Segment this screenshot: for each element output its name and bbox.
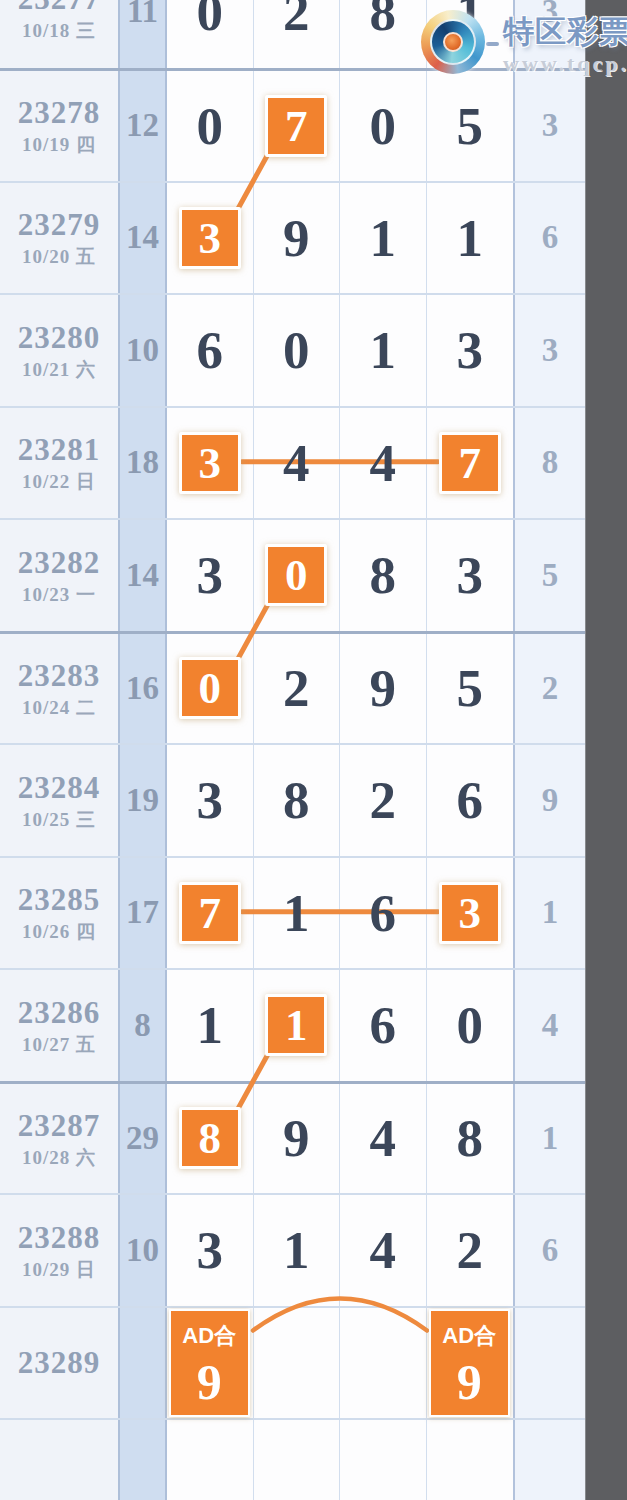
period-number: 23288 xyxy=(18,1222,101,1253)
digit-cell: 2 xyxy=(254,634,341,744)
digit-cell: 7 xyxy=(427,408,514,519)
tail-cell xyxy=(513,1308,585,1419)
digit-cell: 3 xyxy=(167,183,254,294)
tail-cell: 9 xyxy=(513,745,585,856)
draw-date: 10/22 日 xyxy=(22,472,96,491)
digit-value: 1 xyxy=(283,1220,310,1280)
digit-value: 9 xyxy=(370,658,397,718)
site-logo[interactable]: 特区彩票网 www.tqcp.net xyxy=(421,6,627,76)
digit-cell: 3 xyxy=(167,1195,254,1306)
period-cell xyxy=(0,1420,118,1500)
sum-cell xyxy=(118,1308,167,1419)
sum-cell xyxy=(118,1420,167,1500)
sum-cell: 14 xyxy=(118,183,167,294)
sum-cell: 10 xyxy=(118,1195,167,1306)
digit-cell: 3 xyxy=(167,408,254,519)
digit-cell: 3 xyxy=(167,520,254,631)
sum-value: 29 xyxy=(126,1120,159,1157)
highlighted-digit-box: 1 xyxy=(265,994,327,1056)
draw-date: 10/21 六 xyxy=(22,360,96,379)
tail-value: 3 xyxy=(542,107,559,144)
period-cell: 23289 xyxy=(0,1308,118,1419)
sum-value: 16 xyxy=(126,670,159,707)
digit-cell: 4 xyxy=(254,408,341,519)
site-name: 特区彩票网 xyxy=(503,14,627,50)
highlighted-digit-box: 7 xyxy=(265,95,327,157)
digit-cell: 8 xyxy=(340,0,427,68)
logo-text-block: 特区彩票网 www.tqcp.net xyxy=(503,6,627,76)
period-cell: 2327810/19 四 xyxy=(0,71,118,181)
digit-cell: 0 xyxy=(254,295,341,406)
digit-cell: 9 xyxy=(254,183,341,294)
digit-cell: 7 xyxy=(167,858,254,969)
digit-cell xyxy=(340,1420,427,1500)
period-cell: 2328310/24 二 xyxy=(0,634,118,744)
digit-value: 8 xyxy=(370,0,397,42)
tail-value: 1 xyxy=(542,894,559,931)
highlighted-digit-box: 3 xyxy=(179,432,241,494)
period-cell: 2328510/26 四 xyxy=(0,858,118,969)
period-number: 23286 xyxy=(18,997,101,1028)
right-dark-strip xyxy=(585,0,627,1500)
period-cell: 2327710/18 三 xyxy=(0,0,118,68)
digit-value: 4 xyxy=(370,1108,397,1168)
draw-row-23283: 2328310/24 二1602952 xyxy=(0,631,585,744)
digit-cell: 9 xyxy=(340,634,427,744)
digit-cell: 0 xyxy=(427,970,514,1081)
digit-value: 7 xyxy=(285,100,308,152)
period-cell: 2328210/23 一 xyxy=(0,520,118,631)
digit-value: 3 xyxy=(197,770,224,830)
period-number: 23287 xyxy=(18,1110,101,1141)
highlighted-digit-box: 7 xyxy=(439,432,501,494)
digit-value: 1 xyxy=(457,208,484,268)
draw-date: 10/29 日 xyxy=(22,1260,96,1279)
trend-table: 2327710/18 三11028132327810/19 四120705323… xyxy=(0,0,585,1500)
digit-cell: 8 xyxy=(254,745,341,856)
ad-sum-label: AD合 xyxy=(442,1321,496,1351)
digit-value: 1 xyxy=(285,999,308,1051)
draw-row-23282: 2328210/23 一1430835 xyxy=(0,518,585,631)
digit-cell: 0 xyxy=(340,71,427,181)
digit-value: 6 xyxy=(197,320,224,380)
highlighted-digit-box: 0 xyxy=(179,657,241,719)
digit-value: 3 xyxy=(457,320,484,380)
digit-value: 2 xyxy=(283,658,310,718)
tail-cell: 3 xyxy=(513,295,585,406)
tail-value: 3 xyxy=(542,332,559,369)
sum-cell: 16 xyxy=(118,634,167,744)
digit-cell: AD合9 xyxy=(427,1308,514,1419)
digit-cell xyxy=(427,1420,514,1500)
sum-cell: 11 xyxy=(118,0,167,68)
sum-value: 14 xyxy=(126,219,159,256)
digit-cell: 6 xyxy=(427,745,514,856)
tail-cell: 5 xyxy=(513,520,585,631)
period-number: 23277 xyxy=(18,0,101,14)
ad-sum-box: AD合9 xyxy=(429,1309,511,1418)
digit-value: 8 xyxy=(283,770,310,830)
sum-value: 11 xyxy=(127,0,158,30)
digit-cell xyxy=(340,1308,427,1419)
tail-value: 6 xyxy=(542,219,559,256)
tail-cell: 6 xyxy=(513,1195,585,1306)
sum-value: 12 xyxy=(126,107,159,144)
digit-value: 8 xyxy=(457,1108,484,1168)
logo-swirl-core xyxy=(443,32,463,52)
tail-value: 4 xyxy=(542,1007,559,1044)
ad-sum-value: 9 xyxy=(457,1357,482,1407)
digit-cell: 8 xyxy=(340,520,427,631)
digit-value: 3 xyxy=(457,545,484,605)
digit-value: 4 xyxy=(370,1220,397,1280)
digit-value: 1 xyxy=(370,320,397,380)
highlighted-digit-box: 8 xyxy=(179,1107,241,1169)
digit-cell: 7 xyxy=(254,71,341,181)
digit-cell: 5 xyxy=(427,71,514,181)
digit-value: 0 xyxy=(199,662,222,714)
period-cell: 2328110/22 日 xyxy=(0,408,118,519)
period-number: 23285 xyxy=(18,884,101,915)
tail-value: 9 xyxy=(542,782,559,819)
digit-value: 0 xyxy=(197,96,224,156)
draw-row-23284: 2328410/25 三1938269 xyxy=(0,743,585,856)
digit-value: 4 xyxy=(283,433,310,493)
ad-sum-box: AD合9 xyxy=(169,1309,250,1418)
ad-sum-value: 9 xyxy=(197,1357,222,1407)
period-number: 23282 xyxy=(18,547,101,578)
site-url: www.tqcp.net xyxy=(503,52,627,76)
draw-row-23280: 2328010/21 六1060133 xyxy=(0,293,585,406)
period-number: 23283 xyxy=(18,660,101,691)
digit-cell: AD合9 xyxy=(167,1308,254,1419)
ad-sum-label: AD合 xyxy=(182,1321,236,1351)
highlighted-digit-box: 7 xyxy=(179,882,241,944)
digit-cell: 3 xyxy=(167,745,254,856)
sum-value: 17 xyxy=(126,894,159,931)
digit-value: 1 xyxy=(283,883,310,943)
digit-cell: 1 xyxy=(254,970,341,1081)
empty-row xyxy=(0,1418,585,1500)
digit-cell: 2 xyxy=(427,1195,514,1306)
period-number: 23280 xyxy=(18,322,101,353)
digit-cell: 1 xyxy=(254,1195,341,1306)
digit-value: 6 xyxy=(370,883,397,943)
digit-cell: 0 xyxy=(167,0,254,68)
digit-cell: 1 xyxy=(254,858,341,969)
digit-value: 9 xyxy=(283,208,310,268)
sum-value: 10 xyxy=(126,332,159,369)
digit-value: 5 xyxy=(457,658,484,718)
tail-cell: 2 xyxy=(513,634,585,744)
digit-value: 0 xyxy=(370,96,397,156)
digit-value: 2 xyxy=(370,770,397,830)
digit-cell: 5 xyxy=(427,634,514,744)
digit-value: 0 xyxy=(457,995,484,1055)
sum-value: 19 xyxy=(126,782,159,819)
highlighted-digit-box: 0 xyxy=(265,544,327,606)
digit-cell: 0 xyxy=(254,520,341,631)
draw-date: 10/25 三 xyxy=(22,810,96,829)
digit-cell: 4 xyxy=(340,408,427,519)
digit-cell: 1 xyxy=(167,970,254,1081)
digit-value: 7 xyxy=(459,437,482,489)
digit-cell: 4 xyxy=(340,1195,427,1306)
digit-value: 7 xyxy=(199,887,222,939)
period-cell: 2328810/29 日 xyxy=(0,1195,118,1306)
draw-date: 10/18 三 xyxy=(22,21,96,40)
sum-cell: 8 xyxy=(118,970,167,1081)
digit-cell: 3 xyxy=(427,295,514,406)
tail-value: 8 xyxy=(542,444,559,481)
digit-cell: 6 xyxy=(167,295,254,406)
logo-swirl-icon xyxy=(421,10,485,74)
digit-value: 3 xyxy=(199,212,222,264)
draw-row-23286: 2328610/27 五811604 xyxy=(0,968,585,1081)
digit-cell: 3 xyxy=(427,858,514,969)
tail-cell: 1 xyxy=(513,858,585,969)
sum-value: 18 xyxy=(126,444,159,481)
tail-cell: 3 xyxy=(513,71,585,181)
sum-value: 14 xyxy=(126,557,159,594)
draw-row-23289: 23289AD合9AD合9 xyxy=(0,1306,585,1419)
sum-cell: 19 xyxy=(118,745,167,856)
tail-value: 2 xyxy=(542,670,559,707)
tail-cell: 4 xyxy=(513,970,585,1081)
digit-value: 3 xyxy=(197,545,224,605)
draw-row-23288: 2328810/29 日1031426 xyxy=(0,1193,585,1306)
tail-cell: 8 xyxy=(513,408,585,519)
tail-cell: 1 xyxy=(513,1084,585,1194)
digit-cell: 1 xyxy=(427,183,514,294)
digit-value: 2 xyxy=(283,0,310,42)
period-number: 23279 xyxy=(18,209,101,240)
digit-value: 2 xyxy=(457,1220,484,1280)
sum-cell: 18 xyxy=(118,408,167,519)
digit-cell: 1 xyxy=(340,295,427,406)
digit-value: 3 xyxy=(459,887,482,939)
tail-cell: 6 xyxy=(513,183,585,294)
digit-value: 3 xyxy=(199,437,222,489)
tail-value: 1 xyxy=(542,1120,559,1157)
lottery-trend-chart: 2327710/18 三11028132327810/19 四120705323… xyxy=(0,0,627,1500)
draw-date: 10/26 四 xyxy=(22,922,96,941)
sum-cell: 12 xyxy=(118,71,167,181)
digit-cell: 4 xyxy=(340,1084,427,1194)
digit-cell: 2 xyxy=(340,745,427,856)
sum-value: 10 xyxy=(126,1232,159,1269)
tail-cell xyxy=(513,1420,585,1500)
digit-cell xyxy=(167,1420,254,1500)
digit-value: 1 xyxy=(370,208,397,268)
draw-row-23285: 2328510/26 四1771631 xyxy=(0,856,585,969)
tail-value: 6 xyxy=(542,1232,559,1269)
period-number: 23281 xyxy=(18,434,101,465)
sum-cell: 29 xyxy=(118,1084,167,1194)
period-cell: 2328410/25 三 xyxy=(0,745,118,856)
digit-value: 5 xyxy=(457,96,484,156)
digit-value: 0 xyxy=(197,0,224,42)
digit-cell: 9 xyxy=(254,1084,341,1194)
draw-date: 10/28 六 xyxy=(22,1148,96,1167)
draw-date: 10/24 二 xyxy=(22,698,96,717)
digit-cell: 6 xyxy=(340,970,427,1081)
period-cell: 2328610/27 五 xyxy=(0,970,118,1081)
sum-cell: 10 xyxy=(118,295,167,406)
draw-row-23287: 2328710/28 六2989481 xyxy=(0,1081,585,1194)
highlighted-digit-box: 3 xyxy=(439,882,501,944)
digit-cell: 2 xyxy=(254,0,341,68)
period-cell: 2327910/20 五 xyxy=(0,183,118,294)
digit-value: 6 xyxy=(370,995,397,1055)
draw-row-23281: 2328110/22 日1834478 xyxy=(0,406,585,519)
draw-row-23278: 2327810/19 四1207053 xyxy=(0,68,585,181)
draw-date: 10/27 五 xyxy=(22,1035,96,1054)
period-number: 23284 xyxy=(18,772,101,803)
digit-value: 8 xyxy=(370,545,397,605)
draw-row-23279: 2327910/20 五1439116 xyxy=(0,181,585,294)
period-cell: 2328010/21 六 xyxy=(0,295,118,406)
digit-value: 6 xyxy=(457,770,484,830)
digit-value: 0 xyxy=(283,320,310,380)
sum-cell: 14 xyxy=(118,520,167,631)
digit-value: 8 xyxy=(199,1112,222,1164)
digit-value: 4 xyxy=(370,433,397,493)
sum-value: 8 xyxy=(134,1007,151,1044)
logo-dash xyxy=(486,42,499,46)
digit-cell: 0 xyxy=(167,71,254,181)
digit-cell xyxy=(254,1308,341,1419)
digit-cell: 3 xyxy=(427,520,514,631)
digit-value: 1 xyxy=(197,995,224,1055)
highlighted-digit-box: 3 xyxy=(179,207,241,269)
period-cell: 2328710/28 六 xyxy=(0,1084,118,1194)
draw-date: 10/23 一 xyxy=(22,585,96,604)
digit-value: 9 xyxy=(283,1108,310,1168)
digit-cell: 1 xyxy=(340,183,427,294)
digit-cell: 8 xyxy=(167,1084,254,1194)
draw-date: 10/20 五 xyxy=(22,247,96,266)
digit-value: 0 xyxy=(285,549,308,601)
sum-cell: 17 xyxy=(118,858,167,969)
tail-value: 5 xyxy=(542,557,559,594)
digit-value: 3 xyxy=(197,1220,224,1280)
digit-cell xyxy=(254,1420,341,1500)
period-number: 23289 xyxy=(18,1347,101,1378)
draw-date: 10/19 四 xyxy=(22,135,96,154)
digit-cell: 6 xyxy=(340,858,427,969)
digit-cell: 0 xyxy=(167,634,254,744)
digit-cell: 8 xyxy=(427,1084,514,1194)
period-number: 23278 xyxy=(18,97,101,128)
